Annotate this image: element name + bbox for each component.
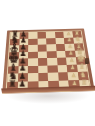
chess-piece-black-pawn: ♟: [20, 50, 27, 58]
board-frame: ♜♟♟♜♞♟♟♞♝♟♟♝♛♟♟♛♚♟♟♚♝♟♟♝♞♟♟♞♜♟♟♜: [2, 29, 95, 94]
chess-piece-black-pawn: ♟: [20, 37, 27, 44]
board-square: [37, 58, 47, 65]
chess-piece-white-pawn: ♟: [67, 44, 72, 50]
board-square: ♝: [9, 45, 19, 52]
board-square: [47, 65, 57, 73]
chess-piece-black-pawn: ♟: [21, 31, 27, 38]
chess-piece-white-pawn: ♟: [66, 31, 71, 37]
chess-board: ♜♟♟♜♞♟♟♞♝♟♟♝♛♟♟♛♚♟♟♚♝♟♟♝♞♟♟♞♜♟♟♜: [2, 29, 95, 94]
board-square: ♟: [67, 72, 78, 80]
chess-piece-white-knight: ♞: [80, 71, 87, 79]
brass-clasp: [85, 58, 89, 64]
board-field: ♜♟♟♜♞♟♟♞♝♟♟♝♛♟♟♛♚♟♟♚♝♟♟♝♞♟♟♞♜♟♟♜: [7, 31, 90, 90]
chess-piece-white-pawn: ♟: [70, 73, 76, 79]
chess-piece-white-bishop: ♝: [76, 42, 83, 50]
chess-piece-black-pawn: ♟: [19, 72, 26, 80]
chess-piece-white-rook: ♜: [74, 30, 80, 36]
board-square: ♞: [7, 74, 17, 82]
chess-piece-white-pawn: ♟: [70, 65, 75, 71]
chess-piece-black-pawn: ♟: [20, 57, 27, 65]
chess-piece-black-pawn: ♟: [19, 65, 26, 73]
board-square: ♟: [18, 58, 28, 65]
board-square: ♛: [75, 50, 85, 57]
board-square: ♟: [18, 52, 28, 59]
chess-set-photo: ♜♟♟♜♞♟♟♞♝♟♟♝♛♟♟♛♚♟♟♚♝♟♟♝♞♟♟♞♜♟♟♜: [0, 0, 95, 126]
chess-piece-white-pawn: ♟: [68, 51, 73, 57]
chess-piece-white-knight: ♞: [75, 36, 81, 43]
chess-piece-white-pawn: ♟: [67, 38, 72, 44]
chess-piece-black-rook: ♜: [11, 30, 18, 38]
board-square: [48, 72, 58, 80]
board-square: ♛: [9, 52, 19, 59]
chess-piece-white-pawn: ♟: [69, 58, 74, 64]
